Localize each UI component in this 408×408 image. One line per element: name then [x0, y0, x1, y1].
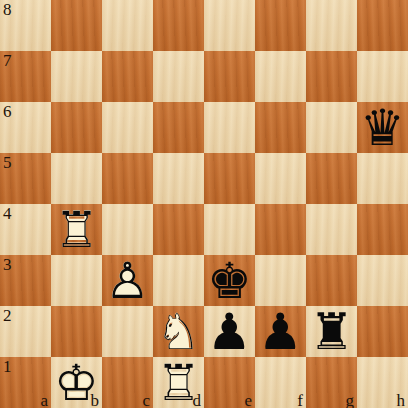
piece-white-knight[interactable]: ♞♘ [153, 306, 204, 357]
square-h6[interactable]: ♛ [357, 102, 408, 153]
square-f5[interactable] [255, 153, 306, 204]
square-e5[interactable] [204, 153, 255, 204]
square-e2[interactable]: ♟ [204, 306, 255, 357]
rank-label-5: 5 [3, 153, 12, 173]
black-king-glyph: ♚ [204, 255, 255, 306]
square-f6[interactable] [255, 102, 306, 153]
black-rook-glyph: ♜ [306, 306, 357, 357]
square-f1[interactable]: f [255, 357, 306, 408]
file-label-h: h [397, 392, 406, 408]
square-c6[interactable] [102, 102, 153, 153]
square-a3[interactable]: 3 [0, 255, 51, 306]
square-d4[interactable] [153, 204, 204, 255]
file-label-d: d [193, 392, 202, 408]
square-g8[interactable] [306, 0, 357, 51]
piece-black-king[interactable]: ♚ [204, 255, 255, 306]
square-d6[interactable] [153, 102, 204, 153]
square-c7[interactable] [102, 51, 153, 102]
piece-black-pawn[interactable]: ♟ [255, 306, 306, 357]
piece-white-pawn[interactable]: ♟♙ [102, 255, 153, 306]
square-f7[interactable] [255, 51, 306, 102]
square-h2[interactable] [357, 306, 408, 357]
square-d3[interactable] [153, 255, 204, 306]
file-label-f: f [297, 392, 303, 408]
black-pawn-glyph: ♟ [204, 306, 255, 357]
square-g2[interactable]: ♜ [306, 306, 357, 357]
square-h1[interactable]: h [357, 357, 408, 408]
chess-board: 876♛54♜♖3♟♙♚2♞♘♟♟♜1ab♚♔cd♜♖efgh [0, 0, 408, 408]
square-a2[interactable]: 2 [0, 306, 51, 357]
square-b8[interactable] [51, 0, 102, 51]
rank-label-7: 7 [3, 51, 12, 71]
piece-white-rook[interactable]: ♜♖ [51, 204, 102, 255]
square-a6[interactable]: 6 [0, 102, 51, 153]
rank-label-2: 2 [3, 306, 12, 326]
square-b2[interactable] [51, 306, 102, 357]
square-a5[interactable]: 5 [0, 153, 51, 204]
rank-label-6: 6 [3, 102, 12, 122]
piece-black-rook[interactable]: ♜ [306, 306, 357, 357]
square-c2[interactable] [102, 306, 153, 357]
rank-label-3: 3 [3, 255, 12, 275]
square-e8[interactable] [204, 0, 255, 51]
white-rook-outline-glyph: ♖ [51, 204, 102, 255]
square-c5[interactable] [102, 153, 153, 204]
square-e3[interactable]: ♚ [204, 255, 255, 306]
square-f2[interactable]: ♟ [255, 306, 306, 357]
square-g6[interactable] [306, 102, 357, 153]
piece-black-queen[interactable]: ♛ [357, 102, 408, 153]
square-b4[interactable]: ♜♖ [51, 204, 102, 255]
square-g7[interactable] [306, 51, 357, 102]
square-a1[interactable]: 1a [0, 357, 51, 408]
square-d5[interactable] [153, 153, 204, 204]
square-g5[interactable] [306, 153, 357, 204]
file-label-c: c [142, 392, 150, 408]
square-a7[interactable]: 7 [0, 51, 51, 102]
square-b1[interactable]: b♚♔ [51, 357, 102, 408]
square-h4[interactable] [357, 204, 408, 255]
square-f8[interactable] [255, 0, 306, 51]
square-g1[interactable]: g [306, 357, 357, 408]
file-label-g: g [346, 392, 355, 408]
square-c1[interactable]: c [102, 357, 153, 408]
piece-black-pawn[interactable]: ♟ [204, 306, 255, 357]
square-d2[interactable]: ♞♘ [153, 306, 204, 357]
rank-label-4: 4 [3, 204, 12, 224]
white-knight-outline-glyph: ♘ [153, 306, 204, 357]
square-e1[interactable]: e [204, 357, 255, 408]
square-e7[interactable] [204, 51, 255, 102]
square-b5[interactable] [51, 153, 102, 204]
square-h7[interactable] [357, 51, 408, 102]
square-b7[interactable] [51, 51, 102, 102]
square-h5[interactable] [357, 153, 408, 204]
square-b6[interactable] [51, 102, 102, 153]
square-c3[interactable]: ♟♙ [102, 255, 153, 306]
square-c8[interactable] [102, 0, 153, 51]
black-queen-glyph: ♛ [357, 102, 408, 153]
square-c4[interactable] [102, 204, 153, 255]
file-label-a: a [40, 392, 48, 408]
file-label-b: b [91, 392, 100, 408]
square-a4[interactable]: 4 [0, 204, 51, 255]
square-e4[interactable] [204, 204, 255, 255]
square-f3[interactable] [255, 255, 306, 306]
square-g3[interactable] [306, 255, 357, 306]
white-pawn-outline-glyph: ♙ [102, 255, 153, 306]
rank-label-1: 1 [3, 357, 12, 377]
square-d7[interactable] [153, 51, 204, 102]
square-h3[interactable] [357, 255, 408, 306]
square-f4[interactable] [255, 204, 306, 255]
square-a8[interactable]: 8 [0, 0, 51, 51]
square-d8[interactable] [153, 0, 204, 51]
square-g4[interactable] [306, 204, 357, 255]
square-e6[interactable] [204, 102, 255, 153]
square-b3[interactable] [51, 255, 102, 306]
rank-label-8: 8 [3, 0, 12, 20]
file-label-e: e [244, 392, 252, 408]
square-d1[interactable]: d♜♖ [153, 357, 204, 408]
black-pawn-glyph: ♟ [255, 306, 306, 357]
square-h8[interactable] [357, 0, 408, 51]
